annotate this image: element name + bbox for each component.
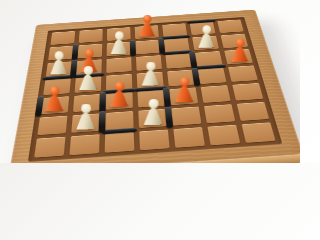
orange-pawn[interactable]	[45, 86, 64, 111]
white-pawn[interactable]	[143, 99, 163, 125]
pawn-ball-top	[115, 31, 123, 39]
pawn-ball-top	[115, 82, 124, 91]
board-cell[interactable]	[237, 102, 269, 121]
pawn-ball-top	[179, 77, 188, 86]
board-cell[interactable]	[207, 125, 240, 146]
board-cell[interactable]	[173, 127, 205, 148]
fence-stick[interactable]	[99, 111, 106, 133]
fence-stick[interactable]	[165, 106, 174, 128]
white-pawn[interactable]	[50, 51, 68, 74]
board-cell[interactable]	[135, 40, 160, 55]
game-board	[8, 10, 300, 163]
pawn-cone-body	[110, 39, 127, 54]
board-cell[interactable]	[79, 29, 103, 43]
board-cell[interactable]	[242, 122, 276, 143]
pawn-cone-body	[198, 33, 215, 48]
board-cell[interactable]	[34, 137, 65, 158]
orange-pawn[interactable]	[110, 82, 129, 107]
board-cell[interactable]	[171, 106, 201, 125]
orange-pawn[interactable]	[139, 15, 155, 37]
pawn-cone-body	[45, 95, 64, 112]
board-cell[interactable]	[69, 134, 99, 155]
pawn-cone-body	[231, 46, 249, 62]
orange-pawn[interactable]	[175, 77, 194, 102]
pawn-ball-top	[54, 51, 63, 60]
orange-pawn[interactable]	[231, 39, 249, 62]
board-cell[interactable]	[228, 65, 258, 81]
board-cell[interactable]	[217, 19, 244, 33]
board-grid	[34, 19, 275, 157]
board-cell[interactable]	[165, 53, 192, 69]
board-frame	[8, 10, 300, 163]
pawn-cone-body	[76, 112, 96, 129]
board-cell[interactable]	[139, 130, 169, 151]
pawn-cone-body	[175, 86, 194, 103]
pawn-ball-top	[235, 39, 244, 48]
board-cell[interactable]	[105, 132, 135, 153]
pawn-cone-body	[141, 70, 159, 86]
board-cell[interactable]	[198, 68, 227, 85]
board-cell[interactable]	[50, 31, 75, 45]
pawn-cone-body	[143, 108, 163, 125]
board-cell[interactable]	[204, 104, 235, 123]
white-pawn[interactable]	[79, 66, 97, 90]
board-cell[interactable]	[37, 116, 67, 135]
pawn-cone-body	[110, 90, 129, 107]
pawn-ball-top	[148, 99, 158, 109]
pawn-ball-top	[146, 62, 155, 71]
white-pawn[interactable]	[198, 25, 215, 48]
pawn-cone-body	[139, 22, 155, 37]
fence-stick[interactable]	[130, 40, 136, 56]
pawn-ball-top	[50, 86, 59, 95]
white-pawn[interactable]	[76, 104, 96, 130]
white-pawn[interactable]	[110, 31, 127, 54]
pawn-ball-top	[83, 66, 92, 75]
board-groove-ring	[28, 17, 283, 162]
pawn-ball-top	[143, 15, 151, 23]
fence-stick[interactable]	[134, 86, 167, 92]
board-cell[interactable]	[232, 83, 263, 101]
pawn-ball-top	[202, 25, 210, 33]
product-photo-scene	[0, 0, 300, 163]
pawn-ball-top	[81, 104, 91, 114]
pawn-cone-body	[79, 74, 97, 90]
pawn-cone-body	[50, 59, 68, 75]
board-cell[interactable]	[201, 85, 231, 103]
fence-stick[interactable]	[70, 59, 77, 77]
white-pawn[interactable]	[141, 62, 159, 86]
board-cell[interactable]	[106, 57, 131, 73]
pawn-ball-top	[84, 49, 93, 58]
fence-stick[interactable]	[99, 92, 106, 112]
